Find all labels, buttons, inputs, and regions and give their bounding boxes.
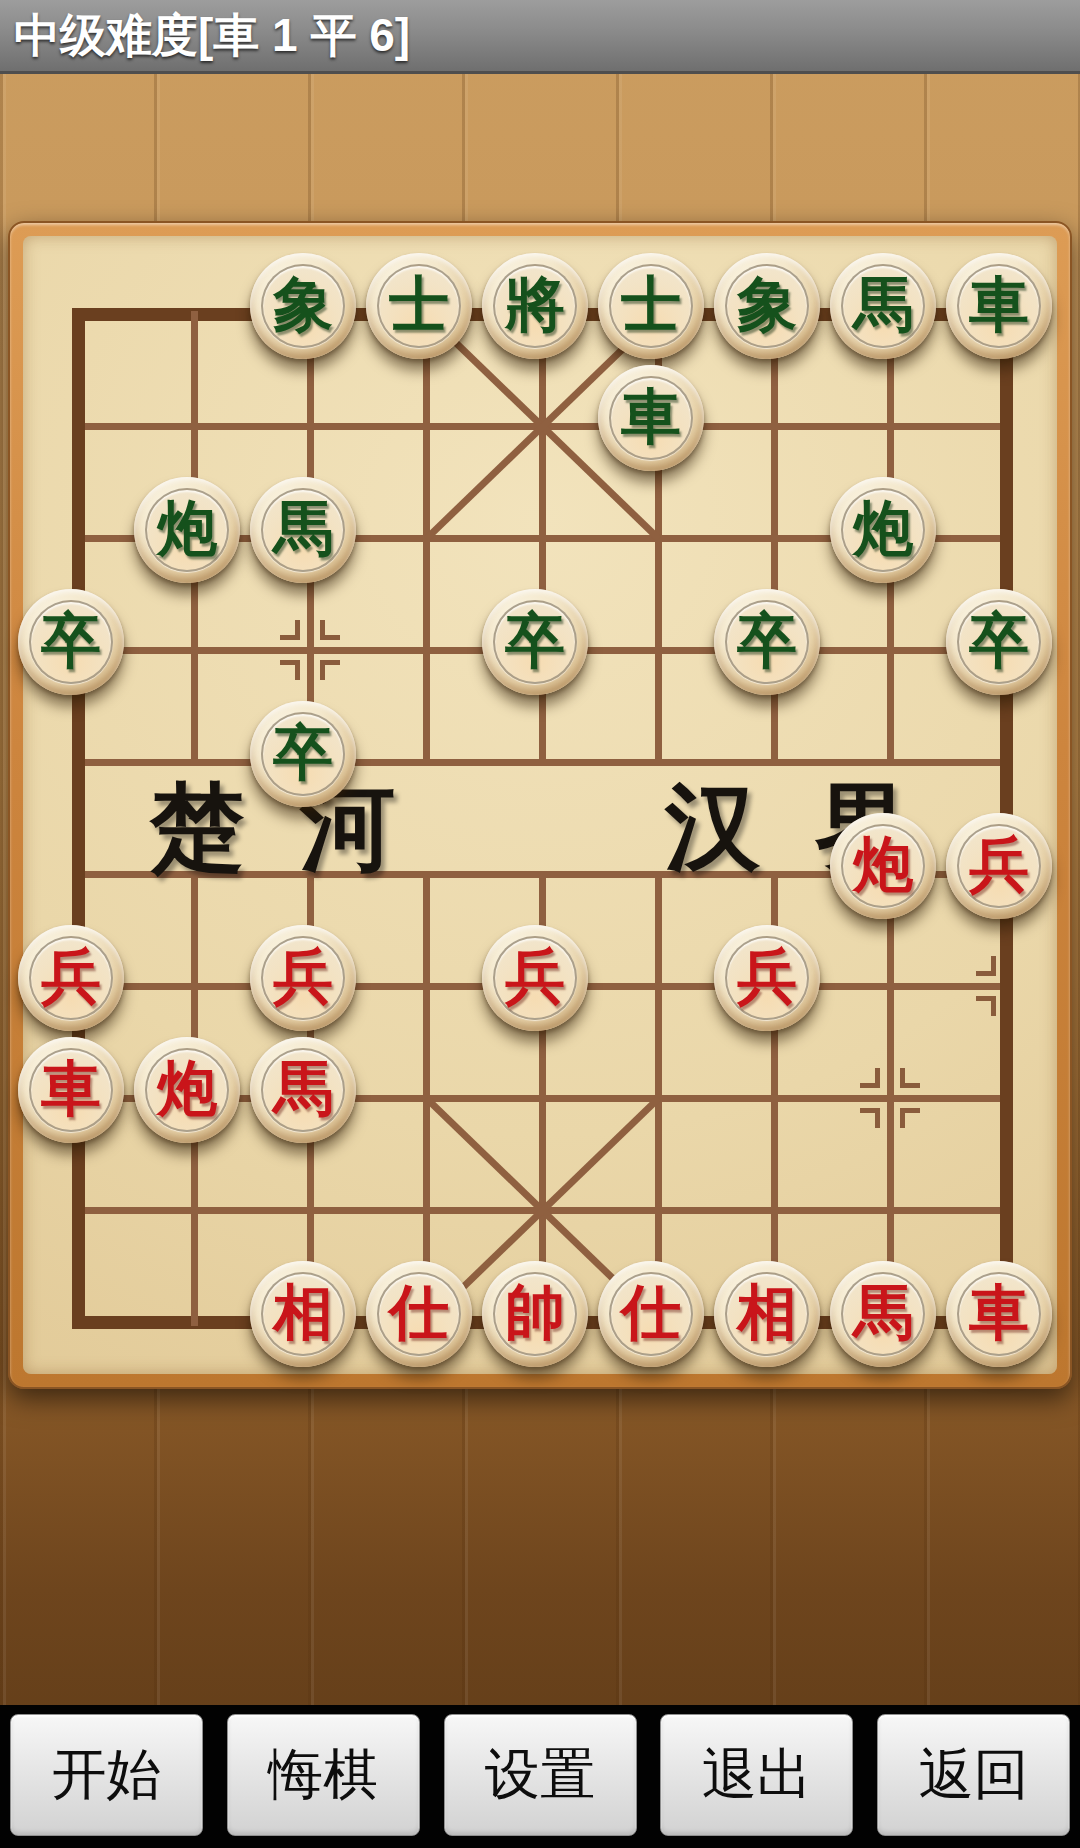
point-marker: [900, 1108, 920, 1128]
piece-black-象[interactable]: 象: [250, 253, 356, 359]
piece-red-相[interactable]: 相: [714, 1261, 820, 1367]
grid-vline-border: [72, 308, 85, 1329]
piece-glyph: 卒: [505, 601, 565, 682]
point-marker: [280, 620, 300, 640]
piece-glyph: 馬: [273, 489, 333, 570]
piece-black-卒[interactable]: 卒: [250, 701, 356, 807]
piece-glyph: 車: [621, 377, 681, 458]
piece-glyph: 卒: [273, 713, 333, 794]
piece-black-馬[interactable]: 馬: [830, 253, 936, 359]
piece-red-仕[interactable]: 仕: [366, 1261, 472, 1367]
piece-red-兵[interactable]: 兵: [714, 925, 820, 1031]
piece-black-馬[interactable]: 馬: [250, 477, 356, 583]
piece-red-仕[interactable]: 仕: [598, 1261, 704, 1367]
piece-red-馬[interactable]: 馬: [250, 1037, 356, 1143]
piece-black-卒[interactable]: 卒: [482, 589, 588, 695]
piece-red-兵[interactable]: 兵: [946, 813, 1052, 919]
piece-glyph: 車: [969, 1273, 1029, 1354]
piece-black-炮[interactable]: 炮: [134, 477, 240, 583]
grid-vline: [887, 871, 894, 1326]
piece-glyph: 炮: [157, 1049, 217, 1130]
piece-glyph: 炮: [853, 825, 913, 906]
start-button[interactable]: 开始: [10, 1714, 203, 1836]
point-marker: [860, 1068, 880, 1088]
piece-glyph: 仕: [389, 1273, 449, 1354]
point-marker: [976, 956, 996, 976]
piece-glyph: 車: [41, 1049, 101, 1130]
point-marker: [320, 620, 340, 640]
piece-glyph: 馬: [853, 265, 913, 346]
piece-red-兵[interactable]: 兵: [250, 925, 356, 1031]
piece-glyph: 卒: [969, 601, 1029, 682]
piece-glyph: 兵: [969, 825, 1029, 906]
piece-glyph: 相: [737, 1273, 797, 1354]
piece-glyph: 馬: [853, 1273, 913, 1354]
xiangqi-board: 楚河 汉界 象士將士象馬車車炮馬炮卒卒卒卒卒炮兵兵兵兵兵車炮馬相仕帥仕相馬車: [8, 221, 1072, 1389]
piece-red-車[interactable]: 車: [18, 1037, 124, 1143]
piece-glyph: 卒: [737, 601, 797, 682]
piece-glyph: 炮: [157, 489, 217, 570]
piece-black-炮[interactable]: 炮: [830, 477, 936, 583]
piece-black-卒[interactable]: 卒: [714, 589, 820, 695]
piece-red-相[interactable]: 相: [250, 1261, 356, 1367]
piece-black-卒[interactable]: 卒: [18, 589, 124, 695]
piece-red-炮[interactable]: 炮: [134, 1037, 240, 1143]
point-marker: [900, 1068, 920, 1088]
piece-glyph: 象: [273, 265, 333, 346]
undo-button[interactable]: 悔棋: [227, 1714, 420, 1836]
piece-black-車[interactable]: 車: [598, 365, 704, 471]
piece-red-炮[interactable]: 炮: [830, 813, 936, 919]
piece-glyph: 卒: [41, 601, 101, 682]
back-button[interactable]: 返回: [877, 1714, 1070, 1836]
point-marker: [976, 996, 996, 1016]
point-marker: [860, 1108, 880, 1128]
exit-button[interactable]: 退出: [660, 1714, 853, 1836]
piece-glyph: 士: [389, 265, 449, 346]
piece-glyph: 車: [969, 265, 1029, 346]
piece-glyph: 士: [621, 265, 681, 346]
piece-glyph: 將: [505, 265, 565, 346]
grid-vline: [539, 311, 546, 766]
piece-red-兵[interactable]: 兵: [18, 925, 124, 1031]
piece-red-車[interactable]: 車: [946, 1261, 1052, 1367]
piece-glyph: 相: [273, 1273, 333, 1354]
point-marker: [320, 660, 340, 680]
piece-glyph: 兵: [737, 937, 797, 1018]
piece-glyph: 象: [737, 265, 797, 346]
piece-glyph: 兵: [273, 937, 333, 1018]
piece-glyph: 兵: [41, 937, 101, 1018]
grid-vline: [771, 311, 778, 766]
piece-red-兵[interactable]: 兵: [482, 925, 588, 1031]
piece-black-象[interactable]: 象: [714, 253, 820, 359]
piece-glyph: 仕: [621, 1273, 681, 1354]
piece-black-卒[interactable]: 卒: [946, 589, 1052, 695]
app-title-bar: 中级难度[車 1 平 6]: [0, 0, 1080, 74]
piece-glyph: 馬: [273, 1049, 333, 1130]
piece-red-帥[interactable]: 帥: [482, 1261, 588, 1367]
piece-black-士[interactable]: 士: [366, 253, 472, 359]
piece-black-將[interactable]: 將: [482, 253, 588, 359]
point-marker: [280, 660, 300, 680]
piece-glyph: 炮: [853, 489, 913, 570]
piece-black-士[interactable]: 士: [598, 253, 704, 359]
piece-glyph: 帥: [505, 1273, 565, 1354]
settings-button[interactable]: 设置: [444, 1714, 637, 1836]
piece-glyph: 兵: [505, 937, 565, 1018]
bottom-menu-bar: 开始 悔棋 设置 退出 返回: [0, 1705, 1080, 1848]
piece-black-車[interactable]: 車: [946, 253, 1052, 359]
piece-red-馬[interactable]: 馬: [830, 1261, 936, 1367]
